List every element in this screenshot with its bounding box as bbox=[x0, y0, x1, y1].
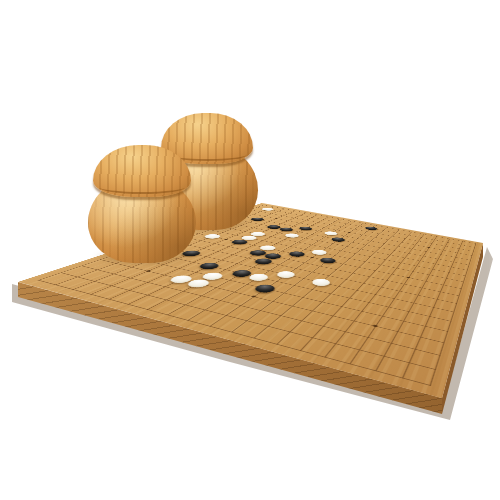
stone-bowl-left bbox=[88, 145, 196, 263]
star-point bbox=[427, 247, 430, 248]
white-stone bbox=[283, 233, 301, 239]
white-stone bbox=[309, 277, 332, 287]
star-point bbox=[373, 325, 379, 328]
star-point bbox=[348, 232, 351, 233]
star-point bbox=[275, 218, 279, 219]
star-point bbox=[145, 270, 151, 272]
black-stone bbox=[297, 226, 314, 231]
product-photo-stage bbox=[0, 0, 500, 500]
black-stone bbox=[287, 251, 308, 258]
star-point bbox=[224, 239, 229, 240]
white-stone bbox=[274, 270, 298, 279]
star-point bbox=[407, 277, 411, 279]
star-point bbox=[251, 295, 257, 297]
star-point bbox=[310, 257, 314, 259]
black-stone bbox=[317, 257, 337, 265]
bowl-lid bbox=[93, 145, 190, 197]
white-stone bbox=[260, 207, 276, 211]
black-stone bbox=[363, 226, 378, 231]
black-stone bbox=[277, 227, 295, 232]
black-stone bbox=[330, 237, 347, 243]
black-stone bbox=[229, 239, 250, 246]
white-stone bbox=[309, 249, 329, 256]
white-stone bbox=[323, 231, 340, 236]
black-stone bbox=[196, 262, 222, 271]
black-stone bbox=[252, 283, 279, 294]
white-stone bbox=[201, 233, 223, 239]
